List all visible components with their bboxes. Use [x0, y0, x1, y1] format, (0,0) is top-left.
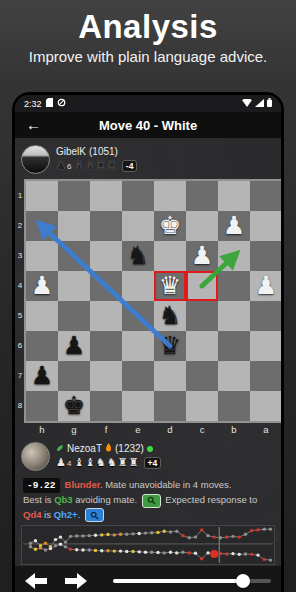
player-top-name: GibelK: [56, 146, 86, 158]
piece-bK-g8: ♚: [58, 391, 90, 421]
captured-piece: ♜: [118, 457, 128, 469]
captured-piece: ♝: [74, 457, 84, 469]
square-d3[interactable]: [154, 241, 186, 271]
square-a3[interactable]: [250, 241, 281, 271]
square-c5[interactable]: [186, 301, 218, 331]
square-c4[interactable]: [186, 271, 218, 301]
slider-handle[interactable]: [236, 574, 250, 588]
file-label-e: e: [122, 423, 154, 436]
piece-bN-d5: ♞: [154, 301, 186, 331]
bottom-nav-bar: [15, 566, 281, 592]
app-content: GibelK (1051) ♟6♝♝♜♜-4 ♚♟♞♟♟♛♟♞♟♛♟♚ 1234…: [15, 138, 281, 566]
material-score-badge: +4: [144, 457, 162, 469]
status-bar: 2:32: [15, 95, 281, 112]
analysis-headline: Mate unavoidable in 4 moves.: [105, 479, 231, 490]
move-quality-label: Blunder.: [65, 479, 103, 490]
piece-bQ-d6: ♛: [154, 331, 186, 361]
captured-count: 6: [67, 162, 71, 171]
wifi-icon: [242, 99, 252, 109]
explore-reply-button[interactable]: [85, 508, 104, 522]
square-a1[interactable]: [250, 181, 281, 211]
square-a8[interactable]: [250, 391, 281, 421]
player-bottom-rating: (1232): [115, 443, 144, 455]
captured-piece: ♟: [56, 457, 66, 469]
square-e5[interactable]: [122, 301, 154, 331]
piece-wK-d2: ♚: [154, 211, 186, 241]
square-c7[interactable]: [186, 361, 218, 391]
square-d6[interactable]: ♛: [154, 331, 186, 361]
avatar-bottom[interactable]: [21, 442, 50, 471]
square-d5[interactable]: ♞: [154, 301, 186, 331]
move-title: Move 40 - White: [15, 118, 281, 133]
square-g3[interactable]: [58, 241, 90, 271]
square-f3[interactable]: [90, 241, 122, 271]
square-h5[interactable]: [26, 301, 58, 331]
material-score-badge: -4: [122, 160, 138, 172]
phone-mockup: 2:32: [12, 92, 284, 592]
player-row-bottom: NezoaT (1232) ♟4♝♝♞♞♜♜+4: [15, 436, 281, 475]
captured-count: 4: [67, 459, 71, 468]
expected-reply[interactable]: Qh2+: [54, 509, 78, 520]
expected-prefix: Expected response to: [165, 494, 257, 505]
file-labels: hgfedcba: [26, 423, 281, 436]
square-c2[interactable]: [186, 211, 218, 241]
eval-badge: -9.22: [23, 478, 60, 493]
square-b5[interactable]: [218, 301, 250, 331]
status-time: 2:32: [24, 99, 42, 109]
analysis-body: Best is Qb3 avoiding mate. Expected resp…: [23, 493, 273, 522]
square-f5[interactable]: [90, 301, 122, 331]
piece-wP-b2: ♟: [218, 211, 250, 241]
page-subtitle: Improve with plain language advice.: [0, 48, 296, 65]
captured-pieces-top: ♟6♝♝♜♜-4: [56, 159, 137, 172]
square-f6[interactable]: [90, 331, 122, 361]
piece-wP-h4: ♟: [26, 271, 58, 301]
analysis-panel: -9.22Blunder. Mate unavoidable in 4 move…: [15, 475, 281, 523]
square-b8[interactable]: [218, 391, 250, 421]
square-e1[interactable]: [122, 181, 154, 211]
back-button[interactable]: ←: [26, 112, 41, 138]
chess-board-block: ♚♟♞♟♟♛♟♞♟♛♟♚ 12345678 hgfedcba: [24, 179, 281, 436]
player-row-top: GibelK (1051) ♟6♝♝♜♜-4: [15, 138, 281, 179]
square-b1[interactable]: [218, 181, 250, 211]
square-f7[interactable]: [90, 361, 122, 391]
square-d8[interactable]: [154, 391, 186, 421]
evaluation-graph[interactable]: [21, 525, 275, 565]
page-title: Analysis: [0, 8, 296, 46]
battery-icon: [267, 98, 272, 109]
square-b3[interactable]: [218, 241, 250, 271]
square-a2[interactable]: [250, 211, 281, 241]
square-e4[interactable]: [122, 271, 154, 301]
piece-wQ-d4: ♛: [154, 271, 186, 301]
square-h6[interactable]: [26, 331, 58, 361]
rank-label-3: 3: [16, 251, 24, 260]
file-label-h: h: [26, 423, 58, 436]
app-header: ← Move 40 - White: [15, 112, 281, 138]
square-a7[interactable]: [250, 361, 281, 391]
square-d7[interactable]: [154, 361, 186, 391]
previous-move-button[interactable]: [25, 573, 49, 589]
rank-label-6: 6: [16, 341, 24, 350]
rank-label-2: 2: [16, 221, 24, 230]
best-move[interactable]: Qb3: [54, 494, 72, 505]
captured-piece: ♝: [85, 457, 95, 469]
rank-label-1: 1: [16, 191, 24, 200]
square-c8[interactable]: [186, 391, 218, 421]
captured-piece: ♜: [96, 160, 106, 172]
piece-bP-h7: ♟: [26, 361, 58, 391]
best-prefix: Best is: [23, 494, 54, 505]
square-c6[interactable]: [186, 331, 218, 361]
captured-piece: ♜: [129, 457, 139, 469]
captured-piece: ♝: [74, 160, 84, 172]
square-g1[interactable]: [58, 181, 90, 211]
file-label-f: f: [90, 423, 122, 436]
captured-piece: ♝: [85, 160, 95, 172]
analysis-line-1: -9.22Blunder. Mate unavoidable in 4 move…: [23, 478, 273, 493]
square-f1[interactable]: [90, 181, 122, 211]
square-d4[interactable]: ♛: [154, 271, 186, 301]
file-label-a: a: [250, 423, 281, 436]
square-d2[interactable]: ♚: [154, 211, 186, 241]
piece-bN-e3: ♞: [122, 241, 154, 271]
square-h2[interactable]: [26, 211, 58, 241]
square-c1[interactable]: [186, 181, 218, 211]
piece-wP-a4: ♟: [250, 271, 281, 301]
square-h4[interactable]: ♟: [26, 271, 58, 301]
square-c3[interactable]: ♟: [186, 241, 218, 271]
phone-screen: 2:32: [15, 95, 281, 592]
online-status-dot: [147, 446, 153, 452]
square-g2[interactable]: [58, 211, 90, 241]
avatar-top[interactable]: [21, 145, 50, 174]
square-d1[interactable]: [154, 181, 186, 211]
square-g5[interactable]: [58, 301, 90, 331]
captured-piece: ♟: [56, 160, 66, 172]
square-h1[interactable]: [26, 181, 58, 211]
file-label-b: b: [218, 423, 250, 436]
slider-fill: [113, 579, 243, 583]
captured-piece: ♞: [107, 457, 117, 469]
square-a5[interactable]: [250, 301, 281, 331]
piece-wP-c3: ♟: [186, 241, 218, 271]
square-h8[interactable]: [26, 391, 58, 421]
explore-best-move-button[interactable]: [142, 494, 161, 508]
square-a4[interactable]: ♟: [250, 271, 281, 301]
square-a6[interactable]: [250, 331, 281, 361]
player-top-rating: (1051): [89, 146, 118, 158]
square-e6[interactable]: [122, 331, 154, 361]
square-g4[interactable]: [58, 271, 90, 301]
square-e7[interactable]: [122, 361, 154, 391]
square-g6[interactable]: ♟: [58, 331, 90, 361]
square-e8[interactable]: [122, 391, 154, 421]
rank-label-7: 7: [16, 371, 24, 380]
square-f2[interactable]: [90, 211, 122, 241]
square-b7[interactable]: [218, 361, 250, 391]
chess-board: ♚♟♞♟♟♛♟♞♟♛♟♚: [24, 179, 281, 423]
flame-icon: [105, 443, 112, 455]
player-bottom-name: NezoaT: [67, 443, 102, 455]
captured-piece: ♜: [107, 160, 117, 172]
signal-icon: [255, 99, 264, 109]
square-f4[interactable]: [90, 271, 122, 301]
next-move-button[interactable]: [63, 573, 87, 589]
rank-label-4: 4: [16, 281, 24, 290]
rank-label-8: 8: [16, 401, 24, 410]
captured-pieces-bottom: ♟4♝♝♞♞♜♜+4: [56, 456, 161, 469]
square-b2[interactable]: ♟: [218, 211, 250, 241]
file-label-g: g: [58, 423, 90, 436]
captured-piece: ♞: [96, 457, 106, 469]
data-saver-icon: [57, 98, 66, 109]
square-h7[interactable]: ♟: [26, 361, 58, 391]
expected-end: .: [78, 509, 81, 520]
square-g7[interactable]: [58, 361, 90, 391]
square-e2[interactable]: [122, 211, 154, 241]
square-h3[interactable]: [26, 241, 58, 271]
sd-card-icon: [46, 98, 53, 109]
screenshot-canvas: Analysis Improve with plain language adv…: [0, 0, 296, 592]
leaf-icon: [56, 443, 64, 455]
square-g8[interactable]: ♚: [58, 391, 90, 421]
expected-move[interactable]: Qd4: [23, 509, 41, 520]
square-b6[interactable]: [218, 331, 250, 361]
best-suffix: avoiding mate.: [73, 494, 137, 505]
rank-label-5: 5: [16, 311, 24, 320]
square-b4[interactable]: [218, 271, 250, 301]
expected-mid: is: [41, 509, 53, 520]
file-label-c: c: [186, 423, 218, 436]
file-label-d: d: [154, 423, 186, 436]
square-f8[interactable]: [90, 391, 122, 421]
piece-bP-g6: ♟: [58, 331, 90, 361]
square-e3[interactable]: ♞: [122, 241, 154, 271]
move-slider[interactable]: [113, 574, 271, 588]
hero-banner: Analysis Improve with plain language adv…: [0, 0, 296, 65]
